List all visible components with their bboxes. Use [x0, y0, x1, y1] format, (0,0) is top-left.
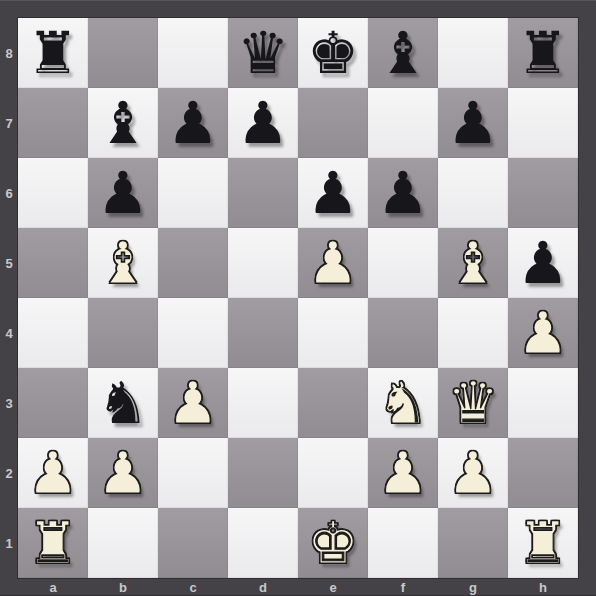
square-a3[interactable] [18, 368, 88, 438]
square-c2[interactable] [158, 438, 228, 508]
square-c8[interactable] [158, 18, 228, 88]
piece-white-king[interactable]: ♚ [307, 514, 359, 572]
file-labels: abcdefgh [18, 578, 578, 596]
piece-black-rook[interactable]: ♜ [27, 24, 79, 82]
piece-white-bishop[interactable]: ♝ [97, 234, 149, 292]
square-e2[interactable] [298, 438, 368, 508]
square-e8[interactable]: ♚ [298, 18, 368, 88]
square-b7[interactable]: ♝ [88, 88, 158, 158]
piece-black-king[interactable]: ♚ [307, 24, 359, 82]
square-b3[interactable]: ♞ [88, 368, 158, 438]
piece-black-bishop[interactable]: ♝ [97, 94, 149, 152]
square-d7[interactable]: ♟︎ [228, 88, 298, 158]
chess-board: ♜♛♚♝♜♝♟︎♟︎♟︎♟︎♟︎♟︎♝♟︎♝♟︎♟︎♞♟︎♞♛♟︎♟︎♟︎♟︎♜… [18, 18, 578, 578]
square-a1[interactable]: ♜ [18, 508, 88, 578]
square-b4[interactable] [88, 298, 158, 368]
rank-label-2: 2 [0, 438, 18, 508]
piece-black-queen[interactable]: ♛ [237, 24, 289, 82]
square-h3[interactable] [508, 368, 578, 438]
square-h8[interactable]: ♜ [508, 18, 578, 88]
file-label-f: f [368, 578, 438, 596]
piece-white-queen[interactable]: ♛ [447, 374, 499, 432]
square-e1[interactable]: ♚ [298, 508, 368, 578]
square-f6[interactable]: ♟︎ [368, 158, 438, 228]
piece-black-pawn[interactable]: ♟︎ [377, 164, 429, 222]
file-label-g: g [438, 578, 508, 596]
square-b5[interactable]: ♝ [88, 228, 158, 298]
square-h2[interactable] [508, 438, 578, 508]
square-d5[interactable] [228, 228, 298, 298]
rank-label-7: 7 [0, 88, 18, 158]
square-g5[interactable]: ♝ [438, 228, 508, 298]
square-c7[interactable]: ♟︎ [158, 88, 228, 158]
square-c3[interactable]: ♟︎ [158, 368, 228, 438]
piece-white-pawn[interactable]: ♟︎ [517, 304, 569, 362]
piece-white-knight[interactable]: ♞ [377, 374, 429, 432]
file-label-e: e [298, 578, 368, 596]
square-g1[interactable] [438, 508, 508, 578]
square-b6[interactable]: ♟︎ [88, 158, 158, 228]
rank-label-8: 8 [0, 18, 18, 88]
piece-white-rook[interactable]: ♜ [27, 514, 79, 572]
square-h4[interactable]: ♟︎ [508, 298, 578, 368]
square-e4[interactable] [298, 298, 368, 368]
piece-black-pawn[interactable]: ♟︎ [517, 234, 569, 292]
square-d3[interactable] [228, 368, 298, 438]
piece-black-rook[interactable]: ♜ [517, 24, 569, 82]
square-d6[interactable] [228, 158, 298, 228]
piece-black-pawn[interactable]: ♟︎ [447, 94, 499, 152]
square-f1[interactable] [368, 508, 438, 578]
rank-label-6: 6 [0, 158, 18, 228]
square-f2[interactable]: ♟︎ [368, 438, 438, 508]
chess-board-frame: 87654321 ♜♛♚♝♜♝♟︎♟︎♟︎♟︎♟︎♟︎♝♟︎♝♟︎♟︎♞♟︎♞♛… [0, 0, 596, 596]
square-h6[interactable] [508, 158, 578, 228]
piece-white-pawn[interactable]: ♟︎ [167, 374, 219, 432]
square-g4[interactable] [438, 298, 508, 368]
file-label-h: h [508, 578, 578, 596]
square-a4[interactable] [18, 298, 88, 368]
piece-white-pawn[interactable]: ♟︎ [307, 234, 359, 292]
piece-white-pawn[interactable]: ♟︎ [97, 444, 149, 502]
square-d1[interactable] [228, 508, 298, 578]
square-b1[interactable] [88, 508, 158, 578]
rank-label-3: 3 [0, 368, 18, 438]
square-g6[interactable] [438, 158, 508, 228]
piece-black-pawn[interactable]: ♟︎ [307, 164, 359, 222]
square-e3[interactable] [298, 368, 368, 438]
square-f5[interactable] [368, 228, 438, 298]
square-c6[interactable] [158, 158, 228, 228]
square-d4[interactable] [228, 298, 298, 368]
piece-black-knight[interactable]: ♞ [97, 374, 149, 432]
square-b8[interactable] [88, 18, 158, 88]
square-a6[interactable] [18, 158, 88, 228]
square-c1[interactable] [158, 508, 228, 578]
piece-white-rook[interactable]: ♜ [517, 514, 569, 572]
piece-white-pawn[interactable]: ♟︎ [27, 444, 79, 502]
square-a2[interactable]: ♟︎ [18, 438, 88, 508]
square-b2[interactable]: ♟︎ [88, 438, 158, 508]
piece-white-pawn[interactable]: ♟︎ [377, 444, 429, 502]
square-e5[interactable]: ♟︎ [298, 228, 368, 298]
rank-label-5: 5 [0, 228, 18, 298]
piece-white-bishop[interactable]: ♝ [447, 234, 499, 292]
square-a7[interactable] [18, 88, 88, 158]
piece-white-pawn[interactable]: ♟︎ [447, 444, 499, 502]
rank-label-4: 4 [0, 298, 18, 368]
file-label-d: d [228, 578, 298, 596]
square-h5[interactable]: ♟︎ [508, 228, 578, 298]
square-g3[interactable]: ♛ [438, 368, 508, 438]
rank-labels: 87654321 [0, 18, 18, 578]
square-e7[interactable] [298, 88, 368, 158]
square-g2[interactable]: ♟︎ [438, 438, 508, 508]
square-f8[interactable]: ♝ [368, 18, 438, 88]
rank-label-1: 1 [0, 508, 18, 578]
square-a5[interactable] [18, 228, 88, 298]
square-c4[interactable] [158, 298, 228, 368]
file-label-b: b [88, 578, 158, 596]
piece-black-pawn[interactable]: ♟︎ [167, 94, 219, 152]
square-c5[interactable] [158, 228, 228, 298]
square-d2[interactable] [228, 438, 298, 508]
piece-black-pawn[interactable]: ♟︎ [97, 164, 149, 222]
square-g7[interactable]: ♟︎ [438, 88, 508, 158]
square-h1[interactable]: ♜ [508, 508, 578, 578]
square-h7[interactable] [508, 88, 578, 158]
file-label-a: a [18, 578, 88, 596]
square-f3[interactable]: ♞ [368, 368, 438, 438]
square-f4[interactable] [368, 298, 438, 368]
square-g8[interactable] [438, 18, 508, 88]
file-label-c: c [158, 578, 228, 596]
piece-black-bishop[interactable]: ♝ [377, 24, 429, 82]
piece-black-pawn[interactable]: ♟︎ [237, 94, 289, 152]
square-a8[interactable]: ♜ [18, 18, 88, 88]
square-d8[interactable]: ♛ [228, 18, 298, 88]
square-f7[interactable] [368, 88, 438, 158]
square-e6[interactable]: ♟︎ [298, 158, 368, 228]
